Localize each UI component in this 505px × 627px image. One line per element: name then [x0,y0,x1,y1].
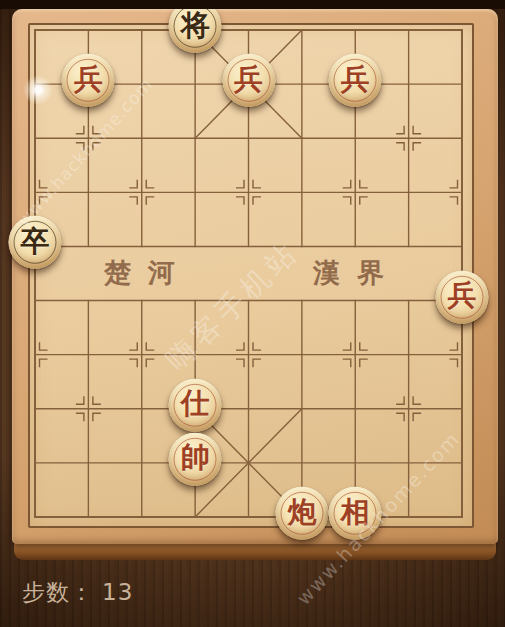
river-label-han: 漢界 [305,255,401,291]
move-counter-value: 13 [102,579,133,605]
piece-glyph: 兵 [436,270,489,323]
piece-red-soldier[interactable]: 兵 [329,54,382,107]
piece-glyph: 兵 [62,54,115,107]
status-bar: 步数：13 [22,577,133,608]
move-counter-label: 步数： [22,579,94,605]
piece-glyph: 仕 [169,379,222,432]
piece-red-soldier[interactable]: 兵 [436,270,489,323]
xiangqi-board: 楚河 漢界 将兵兵兵卒兵仕帥炮相 [12,9,498,560]
board-front-edge [14,542,496,560]
game-screen: 楚河 漢界 将兵兵兵卒兵仕帥炮相 步数：13 www.hackhome.com … [0,0,505,627]
board-face: 楚河 漢界 将兵兵兵卒兵仕帥炮相 [12,9,498,544]
board-grid[interactable]: 楚河 漢界 将兵兵兵卒兵仕帥炮相 [35,30,462,517]
piece-glyph: 相 [329,487,382,540]
piece-glyph: 兵 [329,54,382,107]
piece-glyph: 帥 [169,433,222,486]
sparkle-effect-icon [21,73,55,107]
piece-red-soldier[interactable]: 兵 [222,54,275,107]
river-label-chu: 楚河 [96,255,192,291]
river-band: 楚河 漢界 [35,246,462,300]
piece-glyph: 炮 [275,487,328,540]
piece-red-advisor[interactable]: 仕 [169,379,222,432]
piece-red-general[interactable]: 帥 [169,433,222,486]
piece-black-soldier[interactable]: 卒 [9,216,62,269]
top-letterbox [0,0,505,9]
piece-red-soldier[interactable]: 兵 [62,54,115,107]
piece-glyph: 兵 [222,54,275,107]
piece-red-cannon[interactable]: 炮 [275,487,328,540]
piece-glyph: 卒 [9,216,62,269]
piece-red-elephant[interactable]: 相 [329,487,382,540]
